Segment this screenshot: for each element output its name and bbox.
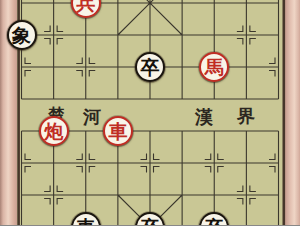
piece-black-soldier[interactable]: 卒 xyxy=(135,52,165,82)
piece-red-soldier[interactable]: 兵 xyxy=(71,0,101,18)
piece-red-horse[interactable]: 馬 xyxy=(199,52,229,82)
piece-black-soldier[interactable]: 卒 xyxy=(135,212,165,225)
board-pieces: 兵象卒馬炮車車卒卒 xyxy=(0,0,300,225)
piece-glyph: 卒 xyxy=(141,55,160,80)
piece-black-soldier[interactable]: 卒 xyxy=(199,212,229,225)
piece-red-cannon[interactable]: 炮 xyxy=(39,116,69,146)
piece-glyph: 馬 xyxy=(205,55,224,80)
piece-glyph: 卒 xyxy=(205,215,224,226)
xiangqi-board: 楚 河 漢 界 兵象卒馬炮車車卒卒 xyxy=(0,0,300,225)
piece-glyph: 車 xyxy=(108,119,127,144)
piece-black-chariot[interactable]: 車 xyxy=(71,212,101,225)
piece-glyph: 象 xyxy=(12,23,31,48)
piece-glyph: 卒 xyxy=(141,215,160,226)
piece-black-elephant[interactable]: 象 xyxy=(7,20,37,50)
piece-glyph: 炮 xyxy=(44,119,63,144)
piece-red-chariot[interactable]: 車 xyxy=(103,116,133,146)
piece-glyph: 車 xyxy=(76,215,95,226)
piece-glyph: 兵 xyxy=(76,0,95,16)
